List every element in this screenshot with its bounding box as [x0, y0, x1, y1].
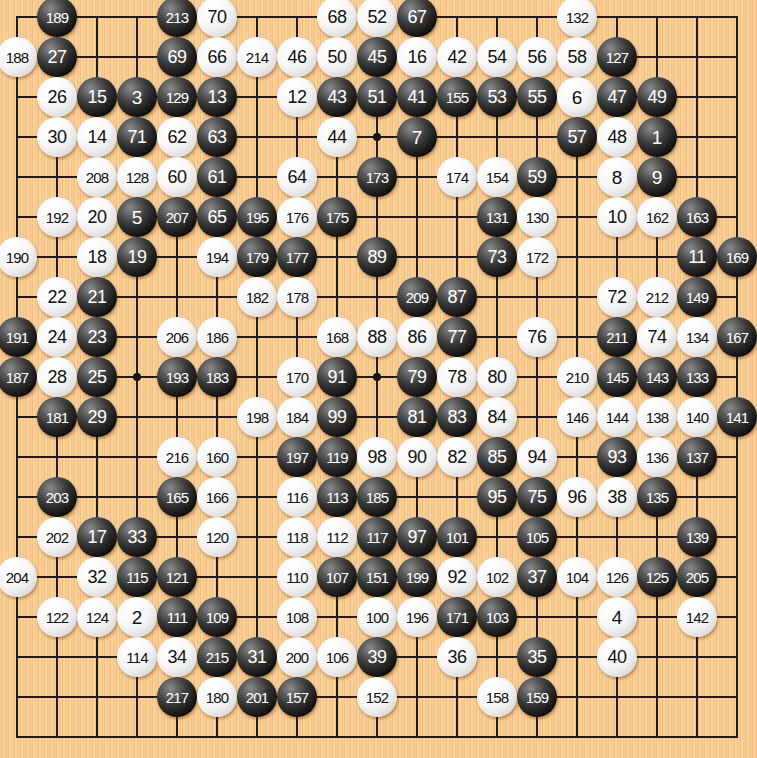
board-point[interactable]: 200 [277, 637, 317, 677]
board-point[interactable] [637, 637, 677, 677]
board-point[interactable]: 107 [317, 557, 357, 597]
board-point[interactable] [77, 37, 117, 77]
board-point[interactable]: 152 [357, 677, 397, 717]
board-point[interactable] [517, 597, 557, 637]
board-point[interactable]: 4 [597, 597, 637, 637]
board-point[interactable] [117, 677, 157, 717]
board-point[interactable]: 124 [77, 597, 117, 637]
board-point[interactable]: 91 [317, 357, 357, 397]
board-point[interactable]: 149 [677, 277, 717, 317]
board-point[interactable]: 60 [157, 157, 197, 197]
board-point[interactable]: 129 [157, 77, 197, 117]
board-point[interactable]: 105 [517, 517, 557, 557]
board-point[interactable] [517, 277, 557, 317]
board-point[interactable] [517, 397, 557, 437]
board-point[interactable] [637, 677, 677, 717]
board-point[interactable]: 28 [37, 357, 77, 397]
board-point[interactable]: 68 [317, 0, 357, 37]
board-point[interactable] [117, 717, 157, 757]
board-point[interactable]: 213 [157, 0, 197, 37]
board-point[interactable]: 132 [557, 0, 597, 37]
board-point[interactable]: 78 [437, 357, 477, 397]
board-point[interactable]: 181 [37, 397, 77, 437]
board-point[interactable]: 82 [437, 437, 477, 477]
board-point[interactable]: 99 [317, 397, 357, 437]
board-point[interactable] [717, 557, 757, 597]
board-point[interactable]: 197 [277, 437, 317, 477]
board-point[interactable]: 142 [677, 597, 717, 637]
board-point[interactable]: 195 [237, 197, 277, 237]
board-point[interactable]: 87 [437, 277, 477, 317]
board-point[interactable]: 32 [77, 557, 117, 597]
board-point[interactable]: 53 [477, 77, 517, 117]
board-point[interactable] [0, 197, 37, 237]
board-point[interactable] [717, 717, 757, 757]
board-point[interactable]: 9 [637, 157, 677, 197]
board-point[interactable] [557, 277, 597, 317]
board-point[interactable]: 41 [397, 77, 437, 117]
board-point[interactable]: 5 [117, 197, 157, 237]
board-point[interactable]: 167 [717, 317, 757, 357]
board-point[interactable]: 6 [557, 77, 597, 117]
board-point[interactable] [0, 77, 37, 117]
board-point[interactable] [0, 0, 37, 37]
board-point[interactable] [717, 677, 757, 717]
board-point[interactable]: 146 [557, 397, 597, 437]
board-point[interactable]: 183 [197, 357, 237, 397]
board-point[interactable] [117, 477, 157, 517]
board-point[interactable] [37, 717, 77, 757]
board-point[interactable]: 25 [77, 357, 117, 397]
board-point[interactable]: 215 [197, 637, 237, 677]
board-point[interactable]: 101 [437, 517, 477, 557]
board-point[interactable]: 26 [37, 77, 77, 117]
board-point[interactable]: 59 [517, 157, 557, 197]
board-point[interactable]: 15 [77, 77, 117, 117]
board-point[interactable]: 184 [277, 397, 317, 437]
board-point[interactable]: 117 [357, 517, 397, 557]
board-point[interactable]: 89 [357, 237, 397, 277]
board-point[interactable]: 208 [77, 157, 117, 197]
board-point[interactable]: 109 [197, 597, 237, 637]
board-point[interactable] [477, 517, 517, 557]
board-point[interactable] [557, 517, 597, 557]
board-point[interactable] [317, 597, 357, 637]
board-point[interactable]: 154 [477, 157, 517, 197]
board-point[interactable]: 40 [597, 637, 637, 677]
board-point[interactable]: 95 [477, 477, 517, 517]
board-point[interactable] [117, 397, 157, 437]
board-point[interactable] [77, 437, 117, 477]
board-point[interactable]: 80 [477, 357, 517, 397]
board-point[interactable]: 8 [597, 157, 637, 197]
board-point[interactable] [237, 437, 277, 477]
board-point[interactable] [557, 197, 597, 237]
board-point[interactable] [237, 157, 277, 197]
board-point[interactable] [77, 477, 117, 517]
board-point[interactable] [557, 237, 597, 277]
board-point[interactable]: 57 [557, 117, 597, 157]
board-point[interactable]: 139 [677, 517, 717, 557]
board-point[interactable] [397, 477, 437, 517]
board-point[interactable]: 198 [237, 397, 277, 437]
board-point[interactable] [397, 717, 437, 757]
board-point[interactable]: 67 [397, 0, 437, 37]
board-point[interactable]: 209 [397, 277, 437, 317]
board-point[interactable] [557, 677, 597, 717]
board-point[interactable] [677, 477, 717, 517]
board-point[interactable] [437, 677, 477, 717]
board-point[interactable] [717, 517, 757, 557]
board-point[interactable]: 172 [517, 237, 557, 277]
board-point[interactable]: 39 [357, 637, 397, 677]
board-point[interactable] [357, 117, 397, 157]
board-point[interactable] [637, 237, 677, 277]
board-point[interactable] [677, 77, 717, 117]
board-point[interactable] [717, 37, 757, 77]
board-point[interactable]: 62 [157, 117, 197, 157]
board-point[interactable]: 61 [197, 157, 237, 197]
board-point[interactable]: 47 [597, 77, 637, 117]
board-point[interactable] [717, 357, 757, 397]
board-point[interactable]: 191 [0, 317, 37, 357]
board-point[interactable]: 163 [677, 197, 717, 237]
board-point[interactable]: 77 [437, 317, 477, 357]
board-point[interactable] [677, 37, 717, 77]
board-point[interactable] [477, 717, 517, 757]
board-point[interactable] [597, 717, 637, 757]
board-point[interactable] [37, 557, 77, 597]
board-point[interactable] [157, 237, 197, 277]
board-point[interactable]: 16 [397, 37, 437, 77]
board-point[interactable] [717, 477, 757, 517]
board-point[interactable]: 72 [597, 277, 637, 317]
board-point[interactable]: 106 [317, 637, 357, 677]
board-point[interactable] [397, 637, 437, 677]
board-point[interactable] [397, 677, 437, 717]
board-point[interactable] [397, 237, 437, 277]
board-point[interactable]: 35 [517, 637, 557, 677]
board-point[interactable]: 206 [157, 317, 197, 357]
board-point[interactable] [237, 357, 277, 397]
board-point[interactable] [677, 637, 717, 677]
board-point[interactable]: 3 [117, 77, 157, 117]
board-point[interactable] [317, 277, 357, 317]
board-point[interactable] [717, 437, 757, 477]
board-point[interactable]: 34 [157, 637, 197, 677]
board-point[interactable] [517, 357, 557, 397]
board-point[interactable] [37, 157, 77, 197]
board-point[interactable]: 193 [157, 357, 197, 397]
board-point[interactable]: 199 [397, 557, 437, 597]
board-point[interactable] [677, 0, 717, 37]
board-point[interactable] [677, 717, 717, 757]
board-point[interactable]: 18 [77, 237, 117, 277]
board-point[interactable]: 50 [317, 37, 357, 77]
board-point[interactable] [437, 197, 477, 237]
board-point[interactable]: 63 [197, 117, 237, 157]
board-point[interactable] [397, 157, 437, 197]
board-point[interactable] [557, 437, 597, 477]
board-point[interactable] [597, 237, 637, 277]
board-point[interactable]: 27 [37, 37, 77, 77]
board-point[interactable]: 217 [157, 677, 197, 717]
board-point[interactable] [357, 277, 397, 317]
board-point[interactable] [237, 317, 277, 357]
board-point[interactable]: 112 [317, 517, 357, 557]
board-point[interactable]: 98 [357, 437, 397, 477]
board-point[interactable] [0, 477, 37, 517]
board-point[interactable]: 168 [317, 317, 357, 357]
board-point[interactable]: 160 [197, 437, 237, 477]
board-point[interactable]: 155 [437, 77, 477, 117]
board-point[interactable] [637, 37, 677, 77]
board-point[interactable]: 43 [317, 77, 357, 117]
board-point[interactable]: 182 [237, 277, 277, 317]
board-point[interactable]: 13 [197, 77, 237, 117]
board-point[interactable] [77, 677, 117, 717]
board-point[interactable] [0, 117, 37, 157]
board-point[interactable] [0, 397, 37, 437]
board-point[interactable] [117, 277, 157, 317]
board-point[interactable] [37, 437, 77, 477]
board-point[interactable]: 136 [637, 437, 677, 477]
board-point[interactable]: 19 [117, 237, 157, 277]
board-point[interactable]: 186 [197, 317, 237, 357]
board-point[interactable]: 1 [637, 117, 677, 157]
board-point[interactable] [237, 117, 277, 157]
board-point[interactable]: 115 [117, 557, 157, 597]
board-point[interactable] [557, 597, 597, 637]
board-point[interactable]: 205 [677, 557, 717, 597]
board-point[interactable]: 48 [597, 117, 637, 157]
board-point[interactable] [117, 37, 157, 77]
board-point[interactable] [477, 117, 517, 157]
board-point[interactable] [77, 637, 117, 677]
board-point[interactable] [117, 357, 157, 397]
board-point[interactable]: 55 [517, 77, 557, 117]
board-point[interactable]: 203 [37, 477, 77, 517]
board-point[interactable]: 216 [157, 437, 197, 477]
board-point[interactable]: 103 [477, 597, 517, 637]
board-point[interactable]: 202 [37, 517, 77, 557]
board-point[interactable] [317, 157, 357, 197]
board-point[interactable] [717, 77, 757, 117]
board-point[interactable]: 104 [557, 557, 597, 597]
board-point[interactable]: 96 [557, 477, 597, 517]
board-point[interactable] [717, 117, 757, 157]
board-point[interactable] [237, 0, 277, 37]
board-point[interactable] [317, 237, 357, 277]
board-point[interactable]: 94 [517, 437, 557, 477]
board-point[interactable]: 178 [277, 277, 317, 317]
board-point[interactable]: 93 [597, 437, 637, 477]
board-point[interactable]: 81 [397, 397, 437, 437]
board-point[interactable] [0, 157, 37, 197]
board-point[interactable] [157, 517, 197, 557]
board-point[interactable] [317, 717, 357, 757]
board-point[interactable] [717, 597, 757, 637]
board-point[interactable] [517, 117, 557, 157]
board-point[interactable]: 24 [37, 317, 77, 357]
board-point[interactable] [0, 717, 37, 757]
board-point[interactable] [477, 317, 517, 357]
board-point[interactable]: 44 [317, 117, 357, 157]
board-point[interactable]: 119 [317, 437, 357, 477]
board-point[interactable] [277, 117, 317, 157]
board-point[interactable] [357, 197, 397, 237]
board-point[interactable]: 189 [37, 0, 77, 37]
board-point[interactable] [357, 397, 397, 437]
board-point[interactable]: 145 [597, 357, 637, 397]
board-point[interactable]: 204 [0, 557, 37, 597]
board-point[interactable]: 166 [197, 477, 237, 517]
board-point[interactable]: 143 [637, 357, 677, 397]
board-point[interactable]: 140 [677, 397, 717, 437]
board-point[interactable] [237, 517, 277, 557]
board-point[interactable]: 33 [117, 517, 157, 557]
board-point[interactable]: 110 [277, 557, 317, 597]
board-point[interactable] [717, 637, 757, 677]
board-point[interactable]: 17 [77, 517, 117, 557]
board-point[interactable]: 100 [357, 597, 397, 637]
board-point[interactable]: 83 [437, 397, 477, 437]
board-point[interactable]: 144 [597, 397, 637, 437]
board-point[interactable]: 45 [357, 37, 397, 77]
board-point[interactable] [597, 517, 637, 557]
board-point[interactable]: 126 [597, 557, 637, 597]
board-point[interactable]: 138 [637, 397, 677, 437]
board-point[interactable] [677, 117, 717, 157]
board-point[interactable]: 177 [277, 237, 317, 277]
board-point[interactable] [677, 157, 717, 197]
board-point[interactable]: 86 [397, 317, 437, 357]
board-point[interactable]: 165 [157, 477, 197, 517]
board-point[interactable]: 127 [597, 37, 637, 77]
board-point[interactable]: 74 [637, 317, 677, 357]
board-point[interactable]: 10 [597, 197, 637, 237]
board-point[interactable]: 130 [517, 197, 557, 237]
board-point[interactable]: 97 [397, 517, 437, 557]
board-point[interactable] [197, 557, 237, 597]
board-point[interactable] [37, 237, 77, 277]
board-point[interactable] [437, 0, 477, 37]
board-point[interactable]: 188 [0, 37, 37, 77]
board-point[interactable]: 162 [637, 197, 677, 237]
board-point[interactable]: 187 [0, 357, 37, 397]
board-point[interactable]: 102 [477, 557, 517, 597]
board-point[interactable] [557, 717, 597, 757]
board-point[interactable] [157, 717, 197, 757]
board-point[interactable]: 51 [357, 77, 397, 117]
board-point[interactable] [597, 0, 637, 37]
board-point[interactable] [637, 717, 677, 757]
board-point[interactable] [517, 0, 557, 37]
board-point[interactable]: 108 [277, 597, 317, 637]
board-point[interactable] [37, 637, 77, 677]
board-point[interactable] [477, 637, 517, 677]
board-point[interactable]: 23 [77, 317, 117, 357]
board-point[interactable]: 211 [597, 317, 637, 357]
board-point[interactable]: 210 [557, 357, 597, 397]
board-point[interactable]: 151 [357, 557, 397, 597]
board-point[interactable] [437, 117, 477, 157]
board-point[interactable]: 76 [517, 317, 557, 357]
board-point[interactable]: 207 [157, 197, 197, 237]
board-point[interactable] [717, 197, 757, 237]
board-point[interactable] [237, 77, 277, 117]
board-point[interactable]: 114 [117, 637, 157, 677]
board-point[interactable]: 90 [397, 437, 437, 477]
board-point[interactable]: 22 [37, 277, 77, 317]
board-point[interactable]: 85 [477, 437, 517, 477]
board-point[interactable] [237, 717, 277, 757]
board-point[interactable]: 169 [717, 237, 757, 277]
board-point[interactable]: 135 [637, 477, 677, 517]
board-point[interactable]: 49 [637, 77, 677, 117]
board-point[interactable]: 121 [157, 557, 197, 597]
board-point[interactable] [0, 677, 37, 717]
board-point[interactable] [557, 317, 597, 357]
board-point[interactable] [677, 677, 717, 717]
board-point[interactable]: 113 [317, 477, 357, 517]
board-point[interactable]: 131 [477, 197, 517, 237]
board-point[interactable] [637, 0, 677, 37]
board-point[interactable]: 2 [117, 597, 157, 637]
board-point[interactable]: 179 [237, 237, 277, 277]
board-point[interactable] [77, 717, 117, 757]
board-point[interactable]: 137 [677, 437, 717, 477]
board-point[interactable] [477, 277, 517, 317]
board-point[interactable]: 174 [437, 157, 477, 197]
board-point[interactable]: 66 [197, 37, 237, 77]
board-point[interactable] [237, 597, 277, 637]
board-point[interactable]: 214 [237, 37, 277, 77]
board-point[interactable]: 157 [277, 677, 317, 717]
board-point[interactable]: 64 [277, 157, 317, 197]
board-point[interactable] [117, 0, 157, 37]
board-point[interactable] [197, 277, 237, 317]
board-point[interactable] [357, 357, 397, 397]
board-point[interactable]: 92 [437, 557, 477, 597]
board-point[interactable] [197, 397, 237, 437]
board-point[interactable] [117, 437, 157, 477]
board-point[interactable]: 190 [0, 237, 37, 277]
board-point[interactable] [357, 717, 397, 757]
board-point[interactable] [77, 0, 117, 37]
board-point[interactable]: 84 [477, 397, 517, 437]
board-point[interactable] [397, 197, 437, 237]
board-point[interactable] [237, 557, 277, 597]
board-point[interactable]: 134 [677, 317, 717, 357]
board-point[interactable]: 11 [677, 237, 717, 277]
board-point[interactable]: 159 [517, 677, 557, 717]
board-point[interactable]: 75 [517, 477, 557, 517]
board-point[interactable] [0, 517, 37, 557]
board-point[interactable] [237, 477, 277, 517]
board-point[interactable] [117, 317, 157, 357]
board-point[interactable]: 116 [277, 477, 317, 517]
board-point[interactable] [277, 717, 317, 757]
board-point[interactable]: 69 [157, 37, 197, 77]
board-point[interactable] [437, 477, 477, 517]
board-point[interactable]: 38 [597, 477, 637, 517]
board-point[interactable]: 212 [637, 277, 677, 317]
board-point[interactable] [277, 317, 317, 357]
board-point[interactable]: 133 [677, 357, 717, 397]
board-point[interactable] [37, 677, 77, 717]
board-point[interactable]: 118 [277, 517, 317, 557]
